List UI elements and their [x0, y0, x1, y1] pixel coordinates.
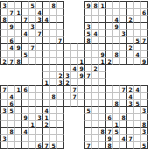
- puzzle-page: 3589817146873442933947543678574972598427…: [0, 0, 148, 150]
- samurai-sudoku-board: 3589817146873442933947543678574972598427…: [0, 1, 148, 149]
- given-digit-r20c20[interactable]: 5: [140, 141, 148, 149]
- given-digit-r8c20[interactable]: 9: [140, 57, 148, 65]
- cell-r20c8[interactable]: [56, 141, 64, 149]
